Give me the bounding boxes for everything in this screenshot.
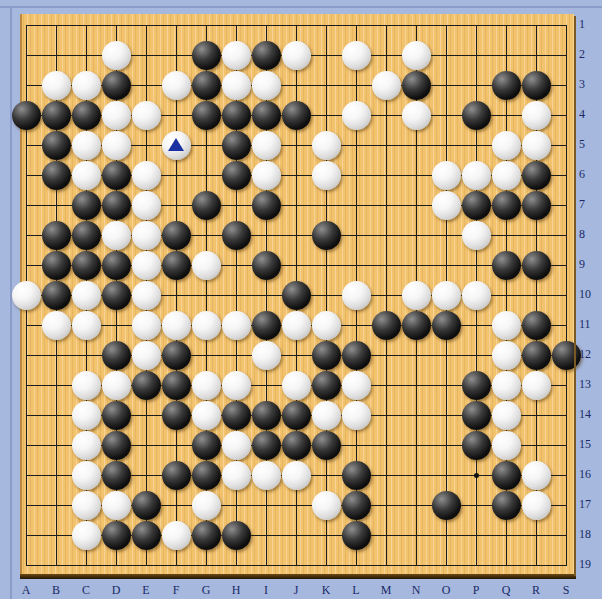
column-label-M: M — [376, 583, 396, 598]
white-stone-R17 — [522, 491, 551, 520]
white-stone-Q12 — [492, 341, 521, 370]
black-stone-F9 — [162, 251, 191, 280]
white-stone-D8 — [102, 221, 131, 250]
white-stone-I12 — [252, 341, 281, 370]
last-move-triangle-icon — [168, 138, 184, 151]
black-stone-A4 — [12, 101, 41, 130]
black-stone-K8 — [312, 221, 341, 250]
star-point — [474, 473, 479, 478]
white-stone-A10 — [12, 281, 41, 310]
black-stone-J10 — [282, 281, 311, 310]
white-stone-O10 — [432, 281, 461, 310]
black-stone-B4 — [42, 101, 71, 130]
black-stone-C8 — [72, 221, 101, 250]
white-stone-C5 — [72, 131, 101, 160]
black-stone-K13 — [312, 371, 341, 400]
black-stone-F8 — [162, 221, 191, 250]
black-stone-I11 — [252, 311, 281, 340]
column-label-A: A — [16, 583, 36, 598]
white-stone-F18 — [162, 521, 191, 550]
black-stone-R12 — [522, 341, 551, 370]
black-stone-N3 — [402, 71, 431, 100]
column-label-R: R — [526, 583, 546, 598]
white-stone-K5 — [312, 131, 341, 160]
white-stone-E6 — [132, 161, 161, 190]
white-stone-E8 — [132, 221, 161, 250]
black-stone-O11 — [432, 311, 461, 340]
window-frame-left-edge — [10, 6, 12, 599]
white-stone-H15 — [222, 431, 251, 460]
black-stone-D7 — [102, 191, 131, 220]
column-label-L: L — [346, 583, 366, 598]
black-stone-G7 — [192, 191, 221, 220]
black-stone-D18 — [102, 521, 131, 550]
white-stone-D2 — [102, 41, 131, 70]
black-stone-D15 — [102, 431, 131, 460]
black-stone-Q3 — [492, 71, 521, 100]
row-label-15: 15 — [579, 437, 601, 452]
white-stone-H2 — [222, 41, 251, 70]
black-stone-H6 — [222, 161, 251, 190]
white-stone-G9 — [192, 251, 221, 280]
row-label-9: 9 — [579, 257, 601, 272]
white-stone-I3 — [252, 71, 281, 100]
row-label-5: 5 — [579, 137, 601, 152]
white-stone-D5 — [102, 131, 131, 160]
column-label-E: E — [136, 583, 156, 598]
white-stone-C10 — [72, 281, 101, 310]
black-stone-D14 — [102, 401, 131, 430]
white-stone-C17 — [72, 491, 101, 520]
white-stone-C14 — [72, 401, 101, 430]
white-stone-P8 — [462, 221, 491, 250]
black-stone-H5 — [222, 131, 251, 160]
white-stone-K17 — [312, 491, 341, 520]
black-stone-H14 — [222, 401, 251, 430]
column-label-C: C — [76, 583, 96, 598]
white-stone-K11 — [312, 311, 341, 340]
black-stone-B9 — [42, 251, 71, 280]
black-stone-I15 — [252, 431, 281, 460]
column-label-G: G — [196, 583, 216, 598]
white-stone-E12 — [132, 341, 161, 370]
row-label-13: 13 — [579, 377, 601, 392]
white-stone-C6 — [72, 161, 101, 190]
black-stone-L16 — [342, 461, 371, 490]
row-label-17: 17 — [579, 497, 601, 512]
grid-line-vertical — [566, 25, 567, 566]
black-stone-F12 — [162, 341, 191, 370]
black-stone-Q7 — [492, 191, 521, 220]
column-label-J: J — [286, 583, 306, 598]
white-stone-E11 — [132, 311, 161, 340]
white-stone-O7 — [432, 191, 461, 220]
go-board[interactable] — [20, 14, 574, 574]
white-stone-P6 — [462, 161, 491, 190]
black-stone-J4 — [282, 101, 311, 130]
black-stone-J15 — [282, 431, 311, 460]
window-frame-top-edge — [0, 6, 602, 8]
white-stone-O6 — [432, 161, 461, 190]
white-stone-H16 — [222, 461, 251, 490]
white-stone-Q13 — [492, 371, 521, 400]
black-stone-G2 — [192, 41, 221, 70]
row-label-8: 8 — [579, 227, 601, 242]
black-stone-Q16 — [492, 461, 521, 490]
black-stone-H8 — [222, 221, 251, 250]
white-stone-P10 — [462, 281, 491, 310]
black-stone-E17 — [132, 491, 161, 520]
black-stone-N11 — [402, 311, 431, 340]
white-stone-I16 — [252, 461, 281, 490]
black-stone-R9 — [522, 251, 551, 280]
white-stone-N4 — [402, 101, 431, 130]
black-stone-I14 — [252, 401, 281, 430]
black-stone-I9 — [252, 251, 281, 280]
black-stone-E13 — [132, 371, 161, 400]
column-label-O: O — [436, 583, 456, 598]
white-stone-K6 — [312, 161, 341, 190]
white-stone-C18 — [72, 521, 101, 550]
black-stone-G16 — [192, 461, 221, 490]
black-stone-B10 — [42, 281, 71, 310]
row-label-11: 11 — [579, 317, 601, 332]
black-stone-C4 — [72, 101, 101, 130]
black-stone-Q17 — [492, 491, 521, 520]
board-right-edge-shadow — [574, 16, 576, 576]
white-stone-B3 — [42, 71, 71, 100]
row-label-14: 14 — [579, 407, 601, 422]
white-stone-G14 — [192, 401, 221, 430]
black-stone-G3 — [192, 71, 221, 100]
black-stone-Q9 — [492, 251, 521, 280]
black-stone-D10 — [102, 281, 131, 310]
black-stone-C9 — [72, 251, 101, 280]
white-stone-E4 — [132, 101, 161, 130]
black-stone-P14 — [462, 401, 491, 430]
white-stone-E7 — [132, 191, 161, 220]
white-stone-K14 — [312, 401, 341, 430]
black-stone-S12 — [552, 341, 581, 370]
white-stone-D13 — [102, 371, 131, 400]
black-stone-P4 — [462, 101, 491, 130]
black-stone-R3 — [522, 71, 551, 100]
white-stone-C3 — [72, 71, 101, 100]
white-stone-G17 — [192, 491, 221, 520]
row-label-19: 19 — [579, 557, 601, 572]
column-label-P: P — [466, 583, 486, 598]
white-stone-L13 — [342, 371, 371, 400]
black-stone-B8 — [42, 221, 71, 250]
white-stone-J2 — [282, 41, 311, 70]
column-label-Q: Q — [496, 583, 516, 598]
white-stone-I5 — [252, 131, 281, 160]
white-stone-L10 — [342, 281, 371, 310]
black-stone-D6 — [102, 161, 131, 190]
white-stone-G13 — [192, 371, 221, 400]
black-stone-D9 — [102, 251, 131, 280]
black-stone-D12 — [102, 341, 131, 370]
column-label-S: S — [556, 583, 576, 598]
black-stone-P13 — [462, 371, 491, 400]
black-stone-G15 — [192, 431, 221, 460]
column-label-D: D — [106, 583, 126, 598]
white-stone-Q11 — [492, 311, 521, 340]
white-stone-H13 — [222, 371, 251, 400]
row-label-1: 1 — [579, 17, 601, 32]
black-stone-F13 — [162, 371, 191, 400]
row-label-18: 18 — [579, 527, 601, 542]
white-stone-R4 — [522, 101, 551, 130]
white-stone-C16 — [72, 461, 101, 490]
black-stone-L12 — [342, 341, 371, 370]
black-stone-F16 — [162, 461, 191, 490]
white-stone-N2 — [402, 41, 431, 70]
white-stone-R13 — [522, 371, 551, 400]
white-stone-L14 — [342, 401, 371, 430]
black-stone-O17 — [432, 491, 461, 520]
black-stone-C7 — [72, 191, 101, 220]
black-stone-F14 — [162, 401, 191, 430]
black-stone-J14 — [282, 401, 311, 430]
black-stone-G4 — [192, 101, 221, 130]
white-stone-J16 — [282, 461, 311, 490]
row-label-16: 16 — [579, 467, 601, 482]
white-stone-H11 — [222, 311, 251, 340]
black-stone-L17 — [342, 491, 371, 520]
white-stone-E9 — [132, 251, 161, 280]
white-stone-G11 — [192, 311, 221, 340]
white-stone-Q5 — [492, 131, 521, 160]
white-stone-L4 — [342, 101, 371, 130]
black-stone-H18 — [222, 521, 251, 550]
black-stone-R11 — [522, 311, 551, 340]
column-label-N: N — [406, 583, 426, 598]
white-stone-C11 — [72, 311, 101, 340]
black-stone-E18 — [132, 521, 161, 550]
black-stone-D3 — [102, 71, 131, 100]
black-stone-K12 — [312, 341, 341, 370]
white-stone-E10 — [132, 281, 161, 310]
grid-line-vertical — [326, 25, 327, 566]
black-stone-I7 — [252, 191, 281, 220]
row-label-10: 10 — [579, 287, 601, 302]
white-stone-F11 — [162, 311, 191, 340]
black-stone-I2 — [252, 41, 281, 70]
black-stone-R6 — [522, 161, 551, 190]
white-stone-R16 — [522, 461, 551, 490]
column-label-I: I — [256, 583, 276, 598]
board-bottom-edge-shadow — [20, 574, 576, 579]
black-stone-B5 — [42, 131, 71, 160]
row-label-6: 6 — [579, 167, 601, 182]
white-stone-N10 — [402, 281, 431, 310]
white-stone-F3 — [162, 71, 191, 100]
white-stone-Q15 — [492, 431, 521, 460]
row-label-7: 7 — [579, 197, 601, 212]
row-label-4: 4 — [579, 107, 601, 122]
white-stone-Q14 — [492, 401, 521, 430]
white-stone-C15 — [72, 431, 101, 460]
black-stone-K15 — [312, 431, 341, 460]
white-stone-Q6 — [492, 161, 521, 190]
column-label-B: B — [46, 583, 66, 598]
row-label-3: 3 — [579, 77, 601, 92]
white-stone-H3 — [222, 71, 251, 100]
white-stone-M3 — [372, 71, 401, 100]
white-stone-B11 — [42, 311, 71, 340]
black-stone-L18 — [342, 521, 371, 550]
black-stone-P15 — [462, 431, 491, 460]
white-stone-D4 — [102, 101, 131, 130]
grid-line-horizontal — [26, 565, 567, 566]
black-stone-P7 — [462, 191, 491, 220]
row-label-2: 2 — [579, 47, 601, 62]
row-label-12: 12 — [579, 347, 601, 362]
white-stone-J13 — [282, 371, 311, 400]
black-stone-M11 — [372, 311, 401, 340]
white-stone-R5 — [522, 131, 551, 160]
column-label-H: H — [226, 583, 246, 598]
white-stone-J11 — [282, 311, 311, 340]
black-stone-H4 — [222, 101, 251, 130]
black-stone-R7 — [522, 191, 551, 220]
column-label-F: F — [166, 583, 186, 598]
black-stone-B6 — [42, 161, 71, 190]
white-stone-D17 — [102, 491, 131, 520]
black-stone-D16 — [102, 461, 131, 490]
grid-line-vertical — [386, 25, 387, 566]
white-stone-L2 — [342, 41, 371, 70]
white-stone-I6 — [252, 161, 281, 190]
black-stone-I4 — [252, 101, 281, 130]
column-label-K: K — [316, 583, 336, 598]
black-stone-G18 — [192, 521, 221, 550]
white-stone-C13 — [72, 371, 101, 400]
